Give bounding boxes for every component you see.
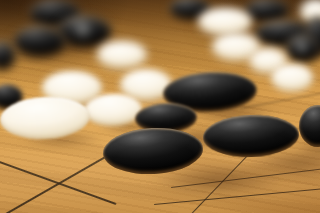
black-stone[interactable] xyxy=(285,34,320,64)
go-board-photo xyxy=(0,0,320,213)
black-stone[interactable] xyxy=(13,26,67,58)
white-stone[interactable] xyxy=(198,8,252,36)
white-stone[interactable] xyxy=(271,64,313,92)
white-stone[interactable] xyxy=(97,41,147,69)
